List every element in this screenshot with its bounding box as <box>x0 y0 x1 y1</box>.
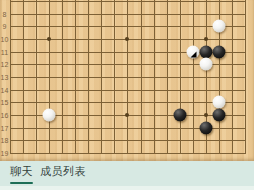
row-label: 11 <box>0 48 9 55</box>
black-stone <box>173 109 186 122</box>
grid-line-horizontal <box>10 26 246 27</box>
tab-chat[interactable]: 聊天 <box>10 161 33 186</box>
white-stone <box>212 96 225 109</box>
grid-line-horizontal <box>10 14 246 15</box>
row-label: 18 <box>0 137 9 144</box>
row-label: 17 <box>0 124 9 131</box>
grid-line-horizontal <box>10 153 246 154</box>
row-label: 8 <box>0 10 9 17</box>
row-label: 16 <box>0 112 9 119</box>
bottom-strip <box>0 186 254 190</box>
white-stone <box>212 20 225 33</box>
row-label: 12 <box>0 61 9 68</box>
row-label: 9 <box>0 23 9 30</box>
tab-chat-label: 聊天 <box>10 165 33 177</box>
tab-member-list-label: 成员列表 <box>40 165 86 177</box>
row-label: 14 <box>0 86 9 93</box>
grid-line-horizontal <box>10 1 246 2</box>
row-label: 10 <box>0 36 9 43</box>
active-tab-underline <box>10 182 33 185</box>
row-label: 13 <box>0 74 9 81</box>
white-stone <box>43 109 56 122</box>
star-point <box>47 37 51 41</box>
tab-member-list[interactable]: 成员列表 <box>40 161 86 186</box>
white-stone <box>199 58 212 71</box>
grid-line-horizontal <box>10 102 246 103</box>
star-point <box>125 113 129 117</box>
row-label: 15 <box>0 99 9 106</box>
go-room-screen: 8910111213141516171819 聊天 成员列表 <box>0 0 254 190</box>
black-stone <box>199 45 212 58</box>
grid-line-horizontal <box>10 77 246 78</box>
last-move-marker-icon <box>190 51 196 57</box>
star-point <box>125 37 129 41</box>
white-stone <box>186 45 199 58</box>
row-label: 19 <box>0 150 9 157</box>
bottom-tab-bar: 聊天 成员列表 <box>0 161 254 186</box>
grid-line-horizontal <box>10 90 246 91</box>
black-stone <box>212 109 225 122</box>
star-point <box>204 113 208 117</box>
star-point <box>204 37 208 41</box>
black-stone <box>199 121 212 134</box>
go-board[interactable]: 8910111213141516171819 <box>0 0 254 161</box>
black-stone <box>212 45 225 58</box>
grid-line-horizontal <box>10 140 246 141</box>
